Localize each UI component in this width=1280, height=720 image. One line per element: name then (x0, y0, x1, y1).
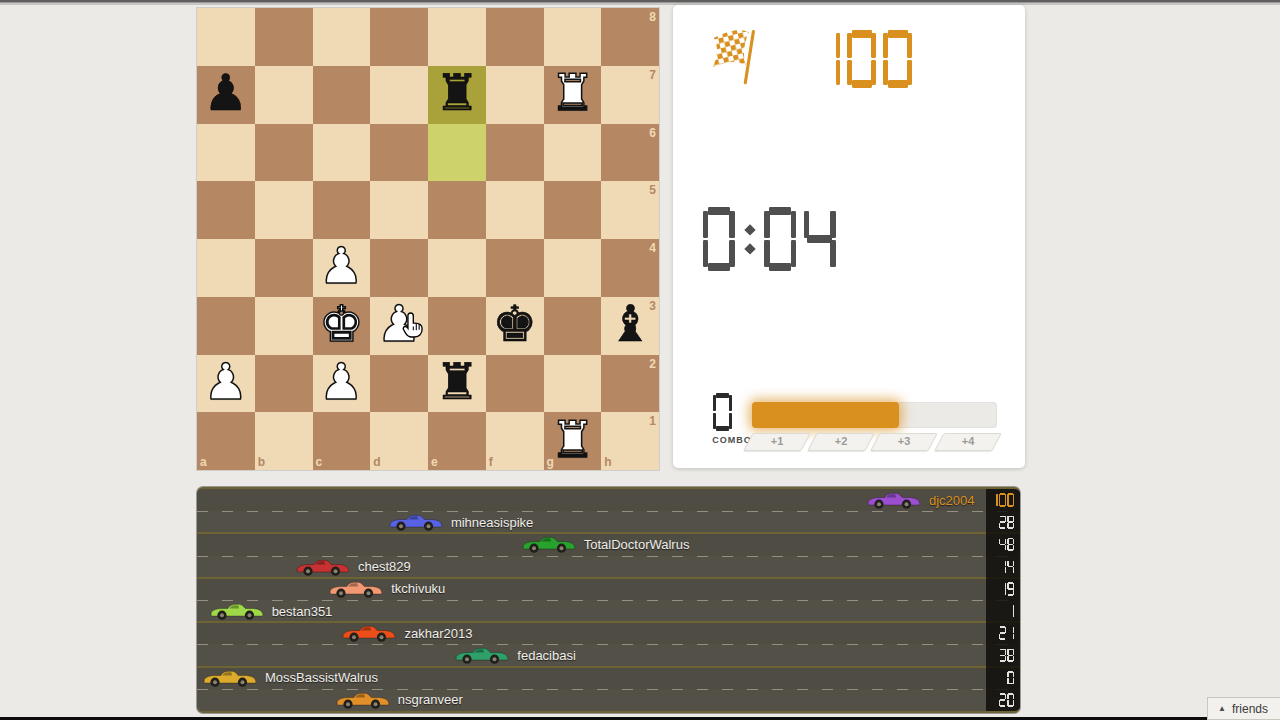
square-d6[interactable] (370, 124, 428, 182)
square-c5[interactable] (313, 181, 371, 239)
race-score-display (808, 30, 916, 88)
racer-bestan351: bestan351 (210, 601, 333, 622)
square-b8[interactable] (255, 8, 313, 66)
file-label-f: f (489, 456, 493, 468)
race-car-icon (329, 579, 383, 599)
square-c3[interactable]: ♚ (313, 297, 371, 355)
race-car-icon (455, 645, 509, 665)
file-label-a: a (200, 456, 207, 468)
file-label-e: e (431, 456, 438, 468)
square-e7[interactable]: ♜ (428, 66, 486, 124)
square-c6[interactable] (313, 124, 371, 182)
racer-name: nsgranveer (398, 692, 463, 707)
square-b2[interactable] (255, 355, 313, 413)
square-e4[interactable] (428, 239, 486, 297)
combo-counter (711, 393, 735, 431)
racer-mihneasispike: mihneasispike (389, 512, 533, 533)
racer-tkchivuku: tkchivuku (329, 578, 445, 599)
racer-nsgranveer: nsgranveer (336, 689, 463, 710)
combo-bonus-label: +3 (876, 434, 932, 449)
racer-score-TotalDoctorWalrus (986, 533, 1020, 555)
square-a6[interactable] (197, 124, 255, 182)
combo-bonus-label: +4 (940, 434, 996, 449)
square-g3[interactable] (544, 297, 602, 355)
lane-band (197, 511, 1020, 533)
square-c8[interactable] (313, 8, 371, 66)
square-h7[interactable]: 7 (601, 66, 659, 124)
square-c4[interactable]: ♟ (313, 239, 371, 297)
rank-label-7: 7 (649, 69, 656, 81)
racer-score-djc2004 (986, 489, 1020, 511)
square-g1[interactable]: g♜ (544, 412, 602, 470)
combo-bonus-tab-3: +3 (870, 433, 937, 451)
square-a4[interactable] (197, 239, 255, 297)
finish-flag-icon (703, 25, 767, 89)
white-rook-g1[interactable]: ♜ (550, 415, 595, 465)
square-b1[interactable]: b (255, 412, 313, 470)
racer-score-fedacibasi (986, 644, 1020, 666)
black-rook-e2[interactable]: ♜ (434, 357, 479, 407)
black-pawn-a7[interactable]: ♟ (203, 68, 248, 118)
racer-djc2004: djc2004 (867, 490, 975, 511)
square-h2[interactable]: 2 (601, 355, 659, 413)
square-f7[interactable] (486, 66, 544, 124)
race-car-icon (296, 557, 350, 577)
square-a2[interactable]: ♟ (197, 355, 255, 413)
racer-chest829: chest829 (296, 556, 411, 577)
triangle-up-icon: ▲ (1218, 704, 1226, 713)
race-car-icon (336, 690, 390, 710)
square-a1[interactable]: a (197, 412, 255, 470)
combo-bonus-tab-4: +4 (934, 433, 1001, 451)
square-c7[interactable] (313, 66, 371, 124)
racer-name: TotalDoctorWalrus (584, 537, 690, 552)
chess-board: 8♟♜♜765♟4♚♟♚3♝♟♟♜2abcdefg♜1h (197, 8, 659, 470)
racer-score-MossBassistWalrus (986, 667, 1020, 689)
racer-name: tkchivuku (391, 581, 445, 596)
square-d8[interactable] (370, 8, 428, 66)
score-panel: COMBO +1+2+3+4 (673, 5, 1025, 468)
racer-score-tkchivuku (986, 578, 1020, 600)
combo-bonus-label: +2 (813, 434, 869, 449)
racer-name: zakhar2013 (404, 626, 472, 641)
racer-name: bestan351 (272, 604, 333, 619)
square-g4[interactable] (544, 239, 602, 297)
white-rook-g7[interactable]: ♜ (550, 68, 595, 118)
square-f6[interactable] (486, 124, 544, 182)
lane-separator (197, 511, 1020, 512)
race-car-icon (389, 512, 443, 532)
square-b4[interactable] (255, 239, 313, 297)
lane-separator (197, 644, 1020, 645)
racer-MossBassistWalrus: MossBassistWalrus (203, 667, 378, 688)
square-a8[interactable] (197, 8, 255, 66)
lane-separator (197, 577, 1020, 579)
square-h6[interactable]: 6 (601, 124, 659, 182)
window-top-edge (0, 0, 1280, 5)
white-pawn-c4[interactable]: ♟ (319, 241, 364, 291)
square-c1[interactable]: c (313, 412, 371, 470)
racer-name: chest829 (358, 559, 411, 574)
friends-button-label: friends (1232, 702, 1268, 716)
rank-label-6: 6 (649, 127, 656, 139)
white-king-c3[interactable]: ♚ (319, 299, 364, 349)
racer-score-mihneasispike (986, 511, 1020, 533)
square-h3[interactable]: 3♝ (601, 297, 659, 355)
rank-label-8: 8 (649, 11, 656, 23)
combo-bonus-tabs: +1+2+3+4 (748, 433, 996, 451)
rank-label-1: 1 (649, 415, 656, 427)
square-g6[interactable] (544, 124, 602, 182)
square-d2[interactable] (370, 355, 428, 413)
file-label-b: b (258, 456, 265, 468)
square-b6[interactable] (255, 124, 313, 182)
race-car-icon (203, 668, 257, 688)
racer-name: fedacibasi (517, 648, 576, 663)
combo-fill (752, 402, 899, 428)
square-d5[interactable] (370, 181, 428, 239)
rank-label-4: 4 (649, 242, 656, 254)
lane-separator (197, 689, 1020, 690)
race-track: djc2004mihneasispikeTotalDoctorWalrusche… (197, 487, 1020, 713)
square-f3[interactable]: ♚ (486, 297, 544, 355)
racer-TotalDoctorWalrus: TotalDoctorWalrus (522, 534, 690, 555)
black-bishop-h3[interactable]: ♝ (608, 299, 653, 349)
countdown-timer (699, 207, 840, 271)
lane-band (197, 689, 1020, 711)
black-rook-e7[interactable]: ♜ (434, 68, 479, 118)
combo-bonus-tab-2: +2 (807, 433, 874, 451)
square-b5[interactable] (255, 181, 313, 239)
square-d7[interactable] (370, 66, 428, 124)
race-score-column (986, 489, 1020, 711)
lane-band (197, 644, 1020, 666)
square-e2[interactable]: ♜ (428, 355, 486, 413)
racer-score-zakhar2013 (986, 622, 1020, 644)
racer-zakhar2013: zakhar2013 (342, 623, 472, 644)
square-b7[interactable] (255, 66, 313, 124)
racer-fedacibasi: fedacibasi (455, 645, 576, 666)
square-g8[interactable] (544, 8, 602, 66)
race-car-icon (867, 490, 921, 510)
race-car-icon (522, 534, 576, 554)
square-d4[interactable] (370, 239, 428, 297)
square-g7[interactable]: ♜ (544, 66, 602, 124)
square-d1[interactable]: d (370, 412, 428, 470)
white-pawn-c2[interactable]: ♟ (319, 357, 364, 407)
square-f1[interactable]: f (486, 412, 544, 470)
square-f5[interactable] (486, 181, 544, 239)
square-f2[interactable] (486, 355, 544, 413)
racer-name: mihneasispike (451, 515, 533, 530)
square-a3[interactable] (197, 297, 255, 355)
race-car-icon (342, 623, 396, 643)
square-e1[interactable]: e (428, 412, 486, 470)
friends-button[interactable]: ▲ friends (1207, 697, 1280, 720)
racer-name: djc2004 (929, 493, 975, 508)
file-label-c: c (316, 456, 323, 468)
square-g5[interactable] (544, 181, 602, 239)
square-e8[interactable] (428, 8, 486, 66)
square-e5[interactable] (428, 181, 486, 239)
racer-score-chest829 (986, 556, 1020, 578)
racer-name: MossBassistWalrus (265, 670, 378, 685)
black-king-f3[interactable]: ♚ (492, 299, 537, 349)
square-c2[interactable]: ♟ (313, 355, 371, 413)
square-h1[interactable]: 1h (601, 412, 659, 470)
square-g2[interactable] (544, 355, 602, 413)
combo-bar (752, 402, 997, 428)
racer-score-nsgranveer (986, 689, 1020, 711)
square-a5[interactable] (197, 181, 255, 239)
square-b3[interactable] (255, 297, 313, 355)
file-label-h: h (604, 456, 611, 468)
race-car-icon (210, 601, 264, 621)
square-a7[interactable]: ♟ (197, 66, 255, 124)
hand-cursor-icon (402, 311, 425, 339)
square-e3[interactable] (428, 297, 486, 355)
square-h8[interactable]: 8 (601, 8, 659, 66)
rank-label-5: 5 (649, 184, 656, 196)
square-f8[interactable] (486, 8, 544, 66)
square-e6[interactable] (428, 124, 486, 182)
combo-bonus-label: +1 (749, 434, 805, 449)
square-h4[interactable]: 4 (601, 239, 659, 297)
rank-label-2: 2 (649, 358, 656, 370)
file-label-d: d (373, 456, 380, 468)
white-pawn-a2[interactable]: ♟ (203, 357, 248, 407)
file-label-g: g (547, 456, 554, 468)
racer-score-bestan351 (986, 600, 1020, 622)
rank-label-3: 3 (649, 300, 656, 312)
square-f4[interactable] (486, 239, 544, 297)
combo-bonus-tab-1: +1 (743, 433, 810, 451)
square-h5[interactable]: 5 (601, 181, 659, 239)
